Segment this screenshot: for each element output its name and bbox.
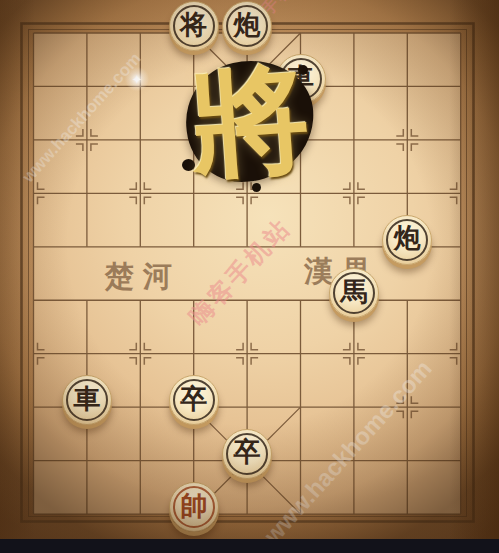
piece-glyph: 馬 bbox=[340, 279, 367, 306]
piece-black-soldier[interactable]: 卒 bbox=[222, 429, 272, 479]
letterbox-bar bbox=[0, 539, 499, 553]
piece-black-horse[interactable]: 馬 bbox=[329, 268, 379, 318]
piece-black-chariot[interactable]: 車 bbox=[62, 375, 112, 425]
piece-black-soldier[interactable]: 卒 bbox=[169, 375, 219, 425]
piece-glyph: 卒 bbox=[234, 439, 261, 466]
piece-glyph: 炮 bbox=[394, 225, 421, 252]
piece-black-cannon[interactable]: 炮 bbox=[222, 1, 272, 51]
piece-black-cannon[interactable]: 炮 bbox=[382, 215, 432, 265]
xiangqi-game-screen: 楚河 漢界 www.hackhome.com www.hackhome.com … bbox=[0, 0, 499, 553]
piece-glyph: 帥 bbox=[180, 493, 207, 520]
piece-red-general[interactable]: 帥 bbox=[169, 482, 219, 532]
piece-glyph: 卒 bbox=[180, 386, 207, 413]
check-character: 將 bbox=[187, 60, 313, 186]
piece-glyph: 将 bbox=[180, 12, 207, 39]
piece-black-general[interactable]: 将 bbox=[169, 1, 219, 51]
sparkle-icon: ✦ bbox=[123, 65, 151, 93]
piece-glyph: 炮 bbox=[234, 12, 261, 39]
piece-glyph: 車 bbox=[73, 386, 100, 413]
